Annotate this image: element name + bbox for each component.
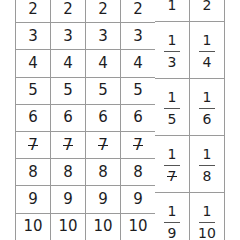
number-cell: 2 (86, 0, 121, 23)
number-cell: 3 (86, 23, 121, 50)
fraction-numerator: 1 (203, 33, 212, 48)
fraction-bar (164, 222, 180, 223)
number-cell: 9 (16, 186, 51, 213)
number-cell: 7 (51, 132, 86, 159)
fraction-numerator: 1 (203, 90, 212, 105)
fraction-cell: 1 1 (155, 0, 190, 22)
number-cell: 7 (121, 132, 156, 159)
number-cell: 3 (51, 23, 86, 50)
number-cell: 5 (16, 78, 51, 105)
number-cell: 6 (16, 105, 51, 132)
fraction-cell: 1 10 (190, 193, 225, 240)
fraction-cell: 1 2 (190, 0, 225, 22)
number-cell: 5 (121, 78, 156, 105)
fraction-bar (199, 51, 215, 52)
fraction-cell: 1 8 (190, 136, 225, 193)
fraction-denominator: 4 (203, 55, 212, 70)
fraction-denominator: 9 (168, 226, 177, 240)
number-cell: 10 (51, 214, 86, 240)
number-cell: 6 (121, 105, 156, 132)
fraction-numerator: 1 (203, 147, 212, 162)
fraction-cell: 1 9 (155, 193, 190, 240)
number-cell: 5 (86, 78, 121, 105)
number-cell: 10 (121, 214, 156, 240)
fraction-denominator: 7 (168, 169, 177, 184)
number-cell: 4 (51, 50, 86, 77)
number-cell: 2 (16, 0, 51, 23)
worksheet-viewport: 2 2 2 2 3 3 3 3 4 4 4 4 5 5 5 5 6 6 6 6 … (0, 0, 240, 240)
number-cell: 2 (121, 0, 156, 23)
fraction-cell: 1 7 (155, 136, 190, 193)
number-cell: 4 (121, 50, 156, 77)
fraction-denominator: 8 (203, 169, 212, 184)
fraction-denominator: 5 (168, 112, 177, 127)
number-cell: 10 (86, 214, 121, 240)
fraction-cell: 1 4 (190, 22, 225, 79)
fraction-bar (199, 222, 215, 223)
number-cell: 3 (16, 23, 51, 50)
number-cell: 5 (51, 78, 86, 105)
number-cell: 3 (121, 23, 156, 50)
fraction-bar (164, 108, 180, 109)
number-cell: 8 (121, 159, 156, 186)
fraction-cell: 1 6 (190, 79, 225, 136)
fraction-numerator: 1 (168, 90, 177, 105)
fraction-bar (199, 108, 215, 109)
fraction-denominator: 10 (198, 226, 216, 240)
number-cell: 2 (51, 0, 86, 23)
fraction-cell: 1 3 (155, 22, 190, 79)
fraction-denominator: 3 (168, 55, 177, 70)
number-cell: 4 (16, 50, 51, 77)
fraction-denominator: 1 (168, 0, 177, 13)
fraction-bar (199, 165, 215, 166)
number-cell: 7 (16, 132, 51, 159)
number-cell: 8 (16, 159, 51, 186)
number-cell: 10 (16, 214, 51, 240)
fraction-bar (164, 165, 180, 166)
number-cell: 7 (86, 132, 121, 159)
fraction-numerator: 1 (168, 33, 177, 48)
number-cell: 6 (86, 105, 121, 132)
fraction-denominator: 2 (203, 0, 212, 13)
fraction-bar (164, 51, 180, 52)
fraction-numerator: 1 (203, 204, 212, 219)
fraction-numerator: 1 (168, 204, 177, 219)
number-cell: 8 (51, 159, 86, 186)
number-cell: 9 (86, 186, 121, 213)
number-cell: 9 (121, 186, 156, 213)
fraction-denominator: 6 (203, 112, 212, 127)
number-cell: 6 (51, 105, 86, 132)
number-cell: 4 (86, 50, 121, 77)
fraction-cell: 1 5 (155, 79, 190, 136)
fraction-numerator: 1 (168, 147, 177, 162)
number-cell: 9 (51, 186, 86, 213)
number-grid: 2 2 2 2 3 3 3 3 4 4 4 4 5 5 5 5 6 6 6 6 … (15, 0, 156, 240)
fraction-grid: 1 1 1 2 1 3 1 4 1 5 1 (155, 0, 225, 240)
number-cell: 8 (86, 159, 121, 186)
